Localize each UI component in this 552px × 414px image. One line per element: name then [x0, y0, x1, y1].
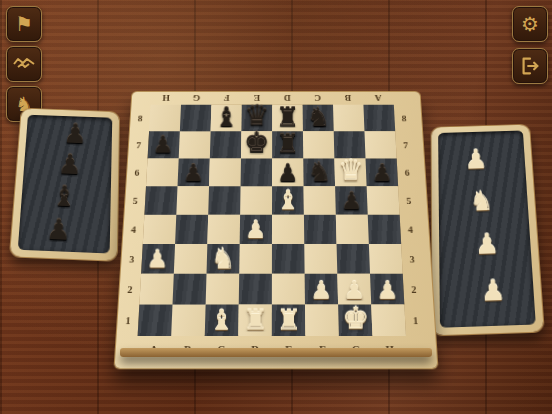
- coord-label-7: 7: [136, 140, 141, 149]
- captured-black-felt: ♟♟♝♟: [18, 115, 113, 254]
- piece-white-pawn-f2[interactable]: ♟: [310, 276, 332, 305]
- square-g6[interactable]: ♛: [334, 159, 366, 187]
- square-e4[interactable]: [272, 215, 304, 244]
- resign-flag-button[interactable]: ⚑: [6, 6, 42, 42]
- square-h7[interactable]: [364, 131, 396, 158]
- square-a8[interactable]: [149, 105, 181, 132]
- square-a4[interactable]: [143, 215, 177, 244]
- square-e6[interactable]: ♟: [272, 159, 304, 187]
- exit-button[interactable]: [512, 48, 548, 84]
- settings-button[interactable]: ⚙: [512, 6, 548, 42]
- square-a2[interactable]: [139, 274, 173, 305]
- square-e3[interactable]: [272, 244, 305, 274]
- piece-black-pawn-b6[interactable]: ♟: [183, 159, 204, 187]
- chess-board-3d: ABCDEFGH 87654321 ♝♛♜♞♟♚♜♟♟♞♛♟♝♟♟♟♞♟♟♟♝♜…: [115, 92, 438, 368]
- square-f4[interactable]: [304, 215, 337, 244]
- square-g4[interactable]: [336, 215, 369, 244]
- coord-label-1: 1: [125, 315, 131, 326]
- piece-white-king-g1[interactable]: ♚: [342, 301, 369, 337]
- piece-white-queen-g6[interactable]: ♛: [338, 153, 364, 186]
- captured-black-bishop: ♝: [51, 182, 77, 210]
- piece-black-pawn-g5[interactable]: ♟: [341, 187, 362, 215]
- board-frame: ABCDEFGH 87654321 ♝♛♜♞♟♚♜♟♟♞♛♟♝♟♟♟♞♟♟♟♝♜…: [115, 92, 438, 368]
- coord-label-6: 6: [404, 168, 409, 178]
- piece-black-rook-e7[interactable]: ♜: [276, 129, 300, 159]
- coord-label-4: 4: [408, 224, 414, 234]
- square-d2[interactable]: [239, 274, 272, 305]
- piece-black-king-d7[interactable]: ♚: [244, 126, 269, 159]
- square-e8[interactable]: ♜: [272, 105, 303, 132]
- piece-white-rook-d1[interactable]: ♜: [242, 304, 267, 336]
- piece-white-pawn-d4[interactable]: ♟: [245, 216, 267, 244]
- captured-white-tray: ♟♞♟♟: [431, 125, 543, 336]
- square-c8[interactable]: ♝: [211, 105, 242, 132]
- captured-white-felt: ♟♞♟♟: [438, 131, 536, 328]
- piece-white-pawn-a3[interactable]: ♟: [147, 246, 169, 275]
- board-side-edge: [120, 348, 432, 357]
- captured-white-pawn: ♟: [464, 146, 488, 173]
- square-d3[interactable]: [239, 244, 272, 274]
- square-h1[interactable]: [371, 305, 406, 336]
- square-a3[interactable]: ♟: [141, 244, 175, 274]
- coord-label-2: 2: [411, 284, 417, 295]
- piece-black-knight-f8[interactable]: ♞: [307, 102, 330, 132]
- square-f1[interactable]: [305, 305, 339, 336]
- square-e1[interactable]: ♜: [272, 305, 306, 336]
- coord-label-8: 8: [401, 113, 406, 122]
- square-b3[interactable]: [174, 244, 208, 274]
- coord-label-5: 5: [406, 196, 412, 206]
- board-grid: ♝♛♜♞♟♚♜♟♟♞♛♟♝♟♟♟♞♟♟♟♝♜♜♚: [138, 105, 406, 336]
- coord-label-3: 3: [129, 254, 135, 264]
- square-h6[interactable]: ♟: [366, 159, 399, 187]
- piece-white-pawn-h2[interactable]: ♟: [377, 276, 399, 305]
- coord-label-3: 3: [409, 254, 415, 264]
- coord-label-5: 5: [133, 196, 139, 206]
- coord-label-8: 8: [138, 113, 143, 122]
- coord-label-H: H: [162, 94, 170, 103]
- piece-black-bishop-c8[interactable]: ♝: [214, 102, 237, 132]
- square-g3[interactable]: [337, 244, 370, 274]
- captured-black-tray: ♟♟♝♟: [10, 109, 119, 261]
- square-b8[interactable]: [180, 105, 212, 132]
- captured-black-pawn: ♟: [57, 150, 82, 178]
- piece-black-rook-e8[interactable]: ♜: [276, 102, 299, 132]
- piece-white-bishop-c1[interactable]: ♝: [209, 304, 234, 336]
- square-h8[interactable]: [363, 105, 395, 132]
- captured-black-pawn: ♟: [45, 215, 71, 244]
- captured-white-pawn: ♟: [480, 276, 506, 305]
- square-h4[interactable]: [368, 215, 401, 244]
- square-c5[interactable]: [208, 186, 240, 214]
- square-a1[interactable]: [138, 305, 173, 336]
- square-b1[interactable]: [171, 305, 205, 336]
- coord-label-6: 6: [134, 168, 139, 178]
- square-f6[interactable]: ♞: [303, 159, 335, 187]
- square-d7[interactable]: ♚: [241, 131, 272, 158]
- captured-black-pawn: ♟: [63, 120, 88, 147]
- flag-icon: ⚑: [15, 14, 33, 34]
- piece-black-pawn-h6[interactable]: ♟: [372, 159, 393, 187]
- square-c7[interactable]: [210, 131, 242, 158]
- coord-label-G: G: [193, 94, 201, 103]
- piece-black-knight-f6[interactable]: ♞: [307, 156, 331, 186]
- square-c2[interactable]: [206, 274, 240, 305]
- captured-white-pawn: ♟: [474, 230, 500, 258]
- handshake-icon: [12, 55, 36, 73]
- square-g8[interactable]: [333, 105, 364, 132]
- square-d4[interactable]: ♟: [240, 215, 272, 244]
- piece-white-bishop-e5[interactable]: ♝: [276, 184, 300, 215]
- coord-label-A: A: [375, 94, 382, 103]
- square-g1[interactable]: ♚: [338, 305, 372, 336]
- square-b5[interactable]: [176, 186, 209, 214]
- coord-label-1: 1: [413, 315, 419, 326]
- square-d5[interactable]: [240, 186, 272, 214]
- square-b7[interactable]: [179, 131, 211, 158]
- captured-white-knight: ♞: [469, 187, 494, 215]
- square-h2[interactable]: ♟: [370, 274, 404, 305]
- square-e5[interactable]: ♝: [272, 186, 304, 214]
- piece-black-pawn-e6[interactable]: ♟: [277, 159, 298, 187]
- square-a6[interactable]: [146, 159, 179, 187]
- square-f3[interactable]: [304, 244, 337, 274]
- chess-app-screen: { "game": "chess", "position": { "fen": …: [0, 0, 552, 414]
- square-c1[interactable]: ♝: [205, 305, 239, 336]
- square-g5[interactable]: ♟: [335, 186, 368, 214]
- square-h3[interactable]: [369, 244, 403, 274]
- square-f7[interactable]: [303, 131, 334, 158]
- square-d1[interactable]: ♜: [238, 305, 272, 336]
- square-e7[interactable]: ♜: [272, 131, 303, 158]
- piece-white-knight-c3[interactable]: ♞: [211, 243, 236, 275]
- coord-label-B: B: [345, 94, 352, 103]
- square-f2[interactable]: ♟: [305, 274, 338, 305]
- square-b4[interactable]: [175, 215, 208, 244]
- coord-label-7: 7: [403, 140, 408, 149]
- square-a7[interactable]: ♟: [148, 131, 180, 158]
- file-labels-top: ABCDEFGH: [151, 92, 394, 105]
- square-f5[interactable]: [304, 186, 336, 214]
- square-h5[interactable]: [367, 186, 400, 214]
- square-b6[interactable]: ♟: [178, 159, 210, 187]
- coord-label-4: 4: [131, 224, 137, 234]
- square-f8[interactable]: ♞: [303, 105, 334, 132]
- draw-handshake-button[interactable]: [6, 46, 42, 82]
- square-b2[interactable]: [173, 274, 207, 305]
- exit-icon: [519, 55, 541, 77]
- gear-icon: ⚙: [521, 14, 539, 34]
- square-c4[interactable]: [207, 215, 240, 244]
- square-d6[interactable]: [241, 159, 273, 187]
- piece-black-pawn-a7[interactable]: ♟: [153, 132, 174, 159]
- square-c6[interactable]: [209, 159, 241, 187]
- coord-label-2: 2: [127, 284, 133, 295]
- square-c3[interactable]: ♞: [207, 244, 240, 274]
- piece-white-rook-e1[interactable]: ♜: [276, 304, 301, 336]
- square-e2[interactable]: [272, 274, 305, 305]
- square-a5[interactable]: [144, 186, 177, 214]
